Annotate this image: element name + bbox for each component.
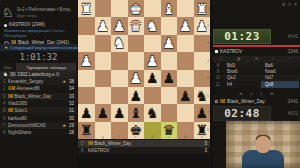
site-header: ♘ 3+2 • Рейтинговая • Блиц Идёт игра [2,2,75,22]
game-meta: 3+2 • Рейтинговая • Блиц [17,7,71,12]
black-pawn-piece: ♟ [129,89,142,103]
black-rook-piece: ♜ [195,123,208,137]
white-player-row[interactable]: KASTROV 2346 [215,48,298,55]
player-score: 29 [69,123,74,128]
white-square-icon [215,50,218,53]
player-name: GM Alexseev88 [8,86,67,91]
square-c2[interactable] [161,17,178,34]
square-a3[interactable]: 3 [194,35,211,52]
pairing-row[interactable]: 6KASTROV3 [78,147,210,154]
white-move[interactable]: h4 [223,81,261,87]
black-queen-piece: ♛ [162,123,175,137]
move-list-toolbar: ≡▦⊞×⋯ [213,56,300,62]
pairing-list: 5IM Black_Winter_Day36KASTROV3 [78,140,210,154]
window-controls: ≡□× [282,1,297,7]
player-score: 34 [69,86,74,91]
square-a1[interactable]: ♜1 [194,0,211,17]
square-d6[interactable] [144,87,161,104]
white-team-link[interactable]: Шахматная федерация Санкт-Петербурга [4,29,74,39]
white-player-line[interactable]: KASTROV (2346) [4,23,74,28]
rank-label: 4 [207,59,209,63]
square-f3[interactable]: ♞ [111,35,128,52]
square-f4[interactable] [111,52,128,69]
white-king-piece: ♚ [129,2,142,16]
square-d4[interactable]: ♟ [144,52,161,69]
white-board-number: #141 [288,34,298,39]
pairing-number: 5 [81,141,88,146]
white-pawn-piece: ♟ [129,71,142,85]
square-g2[interactable]: ♟ [95,17,112,34]
square-g7[interactable]: ♟ [95,104,112,121]
square-c3[interactable]: ♟ [161,35,178,52]
black-knight-piece: ♞ [146,106,159,120]
square-d5[interactable]: ♟ [144,70,161,87]
arena-notice: ★ Следующий раунд начнётся автоматически [0,44,77,51]
player-name: IM Black_Winter_Day [8,94,67,99]
black-pawn-piece: ♟ [162,71,175,85]
clock-progress-bar [213,45,300,47]
square-h5[interactable] [78,70,95,87]
player-name: barbus80 [8,116,67,121]
standings-row[interactable]: 6barbus8030 [0,114,77,121]
first-move-button[interactable]: « [240,90,243,96]
square-h1[interactable]: ♜ [78,0,95,17]
window-control-icon[interactable]: ≡ [282,1,285,7]
black-move[interactable]: Qc8 [261,81,299,87]
last-move-button[interactable]: » [270,90,273,96]
square-e7[interactable]: ♝ [128,104,145,121]
square-e1[interactable]: ♚ [128,0,145,17]
square-c5[interactable]: ♟ [161,70,178,87]
file-label: b [184,135,186,139]
black-rating: 2441 [288,99,298,104]
square-e8[interactable]: ♚e [128,122,145,139]
black-square-icon [215,100,218,103]
square-e2[interactable]: ♛ [128,17,145,34]
player-name: IM Sidor1 [8,108,67,113]
prev-move-button[interactable]: ‹ [251,90,253,96]
square-a2[interactable]: ♟2 [194,17,211,34]
square-a6[interactable]: ♞6 [194,87,211,104]
square-d8[interactable]: d [144,122,161,139]
white-pawn-piece: ♟ [80,54,93,68]
square-d7[interactable]: ♞ [144,104,161,121]
square-f5[interactable] [111,70,128,87]
team-knight-icon: ♞ [3,72,8,78]
team-header[interactable]: ♞ SK 1902 Ladenburg e.V. [0,71,77,78]
square-b3[interactable] [177,35,194,52]
standings-row[interactable]: 1Kevankin_Sergey★38 [0,78,77,85]
toolbar-icon[interactable]: ▦ [237,56,241,61]
white-knight-piece: ♞ [146,19,159,33]
standings-row[interactable]: 2GM Alexseev8834 [0,85,77,92]
white-pawn-piece: ♟ [179,19,192,33]
black-knight-piece: ♞ [195,89,208,103]
white-pawn-piece: ♟ [113,19,126,33]
square-f1[interactable] [111,0,128,17]
black-pawn-piece: ♟ [80,106,93,120]
window-control-icon[interactable]: □ [288,1,291,7]
white-queen-piece: ♛ [129,19,142,33]
square-e4[interactable] [128,52,145,69]
white-name-label: KASTROV [220,49,286,54]
white-color-icon [4,24,7,27]
square-a5[interactable]: 5 [194,70,211,87]
black-pawn-piece: ♟ [146,71,159,85]
square-g3[interactable] [95,35,112,52]
star-icon: ★ [4,45,8,50]
game-status: Идёт игра [17,13,71,18]
square-f6[interactable] [111,87,128,104]
square-f8[interactable]: f [111,122,128,139]
square-d2[interactable]: ♞ [144,17,161,34]
pairing-number: 6 [81,148,88,153]
white-knight-piece: ♞ [113,36,126,50]
square-c8[interactable]: ♛c [161,122,178,139]
player-score: 30 [69,116,74,121]
player-score: 28 [69,130,74,135]
square-d1[interactable] [144,0,161,17]
player-name: NightShans [8,130,67,135]
square-f2[interactable]: ♟ [111,17,128,34]
player-score: 31 [69,108,74,113]
black-title-label: IM [220,99,225,104]
square-e6[interactable]: ♟ [128,87,145,104]
game-panel: ≡□× 01:23 #141 KASTROV 2346 ≡▦⊞×⋯ 8Bd3Ba… [213,0,300,168]
square-c7[interactable] [161,104,178,121]
square-e5[interactable]: ♟ [128,70,145,87]
square-b1[interactable] [177,0,194,17]
square-a8[interactable]: ♜8a [194,122,211,139]
standings-row[interactable]: 3IM Black_Winter_Day33 [0,93,77,100]
black-clock: 02:48 [213,106,271,121]
sidebar: ♘ 3+2 • Рейтинговая • Блиц Идёт игра KAS… [0,0,77,168]
player-name: Vlad1995 [8,101,67,106]
standings-row[interactable]: 8NightShans28 [0,129,77,136]
square-g6[interactable] [95,87,112,104]
white-player-name: KASTROV (2346) [9,23,45,28]
tab-chat[interactable]: Чат [0,63,16,71]
square-e3[interactable] [128,35,145,52]
tournament-broadcast-screen: ♘ 3+2 • Рейтинговая • Блиц Идёт игра KAS… [0,0,300,168]
black-pawn-piece: ♟ [113,106,126,120]
black-name-label: Black_Winter_Day [227,99,286,104]
chess-board: ♜♚♝♜1♟♟♛♞♟♟2♞♟3♟♟4♟♟♟5♟♟♞6♟♟♟♝♞♟7♜hgf♚ed… [78,0,210,139]
standings-table: 1Kevankin_Sergey★382GM Alexseev88343IM B… [0,78,77,136]
site-logo-knight-icon[interactable]: ♘ [2,6,14,19]
tab-standings[interactable]: Турнирная таблица [16,63,77,71]
black-pawn-piece: ♟ [179,89,192,103]
black-board-number: #151 [288,111,298,116]
pairing-row[interactable]: 5IM Black_Winter_Day3 [78,140,210,147]
toolbar-icon[interactable]: ⋯ [289,56,293,61]
square-b6[interactable]: ♟ [177,87,194,104]
square-g4[interactable] [95,52,112,69]
pairing-score: 3 [204,141,207,146]
standings-row[interactable]: 7DemonovichMChD★29 [0,122,77,129]
move-number: 11 [213,81,223,87]
square-c4[interactable] [161,52,178,69]
square-a7[interactable]: ♟7 [194,104,211,121]
black-pawn-piece: ♟ [195,106,208,120]
white-clock: 01:23 [213,29,271,44]
square-h3[interactable] [78,35,95,52]
white-rating: 2346 [288,49,298,54]
black-player-row[interactable]: IM Black_Winter_Day 2441 [215,98,298,105]
square-h7[interactable]: ♟ [78,104,95,121]
webcam-feed [226,121,300,168]
black-king-piece: ♚ [129,123,142,137]
standings-row[interactable]: 5IM Sidor131 [0,107,77,114]
toolbar-icon[interactable]: × [272,56,274,61]
file-label: d [151,135,153,139]
white-pawn-piece: ♟ [146,54,159,68]
player-score: 38 [69,79,74,84]
toolbar-icon[interactable]: ⊞ [255,56,258,61]
square-h2[interactable] [78,17,95,34]
sidebar-tabs: ЧатТурнирная таблица [0,63,77,71]
square-a4[interactable]: 4 [194,52,211,69]
move-list: 8Bd3Ba69Bxa6Nxa610Qe2Nd711h4Qc8 [213,62,300,88]
flair-icon: ★ [62,123,66,128]
rank-label: 5 [207,76,209,80]
move-navigation: «‹›» [213,89,300,96]
file-label: g [102,135,104,139]
file-label: f [119,135,120,139]
toolbar-icon[interactable]: ≡ [220,56,222,61]
pairing-player: KASTROV [88,148,204,153]
pairing-score: 3 [204,148,207,153]
standings-row[interactable]: 4Vlad199532 [0,100,77,107]
white-rook-piece: ♜ [195,2,208,16]
move-row: 11h4Qc8 [213,81,300,87]
square-g5[interactable] [95,70,112,87]
white-pawn-piece: ♟ [162,36,175,50]
flair-icon: ★ [62,79,66,84]
square-h6[interactable] [78,87,95,104]
white-pawn-piece: ♟ [195,19,208,33]
white-rook-piece: ♜ [80,2,93,16]
square-c6[interactable] [161,87,178,104]
webcam-vignette [226,121,300,168]
square-f7[interactable]: ♟ [111,104,128,121]
square-b4[interactable] [177,52,194,69]
square-b8[interactable]: b [177,122,194,139]
pairing-player: IM Black_Winter_Day [88,141,204,146]
black-rook-piece: ♜ [80,123,93,137]
black-bishop-piece: ♝ [129,106,142,120]
white-bishop-piece: ♝ [162,2,175,16]
player-name: Kevankin_Sergey [8,79,62,84]
square-b2[interactable]: ♟ [177,17,194,34]
square-c1[interactable]: ♝ [161,0,178,17]
player-score: 32 [69,101,74,106]
square-b5[interactable] [177,70,194,87]
team-name: SK 1902 Ladenburg e.V. [10,72,60,77]
arena-countdown: 1:01:32 [0,52,77,62]
player-score: 33 [69,94,74,99]
player-name: DemonovichMChD [8,123,62,128]
square-h8[interactable]: ♜h [78,122,95,139]
square-g8[interactable]: g [95,122,112,139]
window-control-icon[interactable]: × [294,1,297,7]
rank-label: 3 [207,41,209,45]
square-b7[interactable] [177,104,194,121]
black-pawn-piece: ♟ [96,106,109,120]
square-d3[interactable] [144,35,161,52]
next-move-button[interactable]: › [261,90,263,96]
square-g1[interactable] [95,0,112,17]
white-pawn-piece: ♟ [96,19,109,33]
square-h4[interactable]: ♟ [78,52,95,69]
board-panel: ♜♚♝♜1♟♟♛♞♟♟2♞♟3♟♟4♟♟♟5♟♟♞6♟♟♟♝♞♟7♜hgf♚ed… [78,0,210,168]
